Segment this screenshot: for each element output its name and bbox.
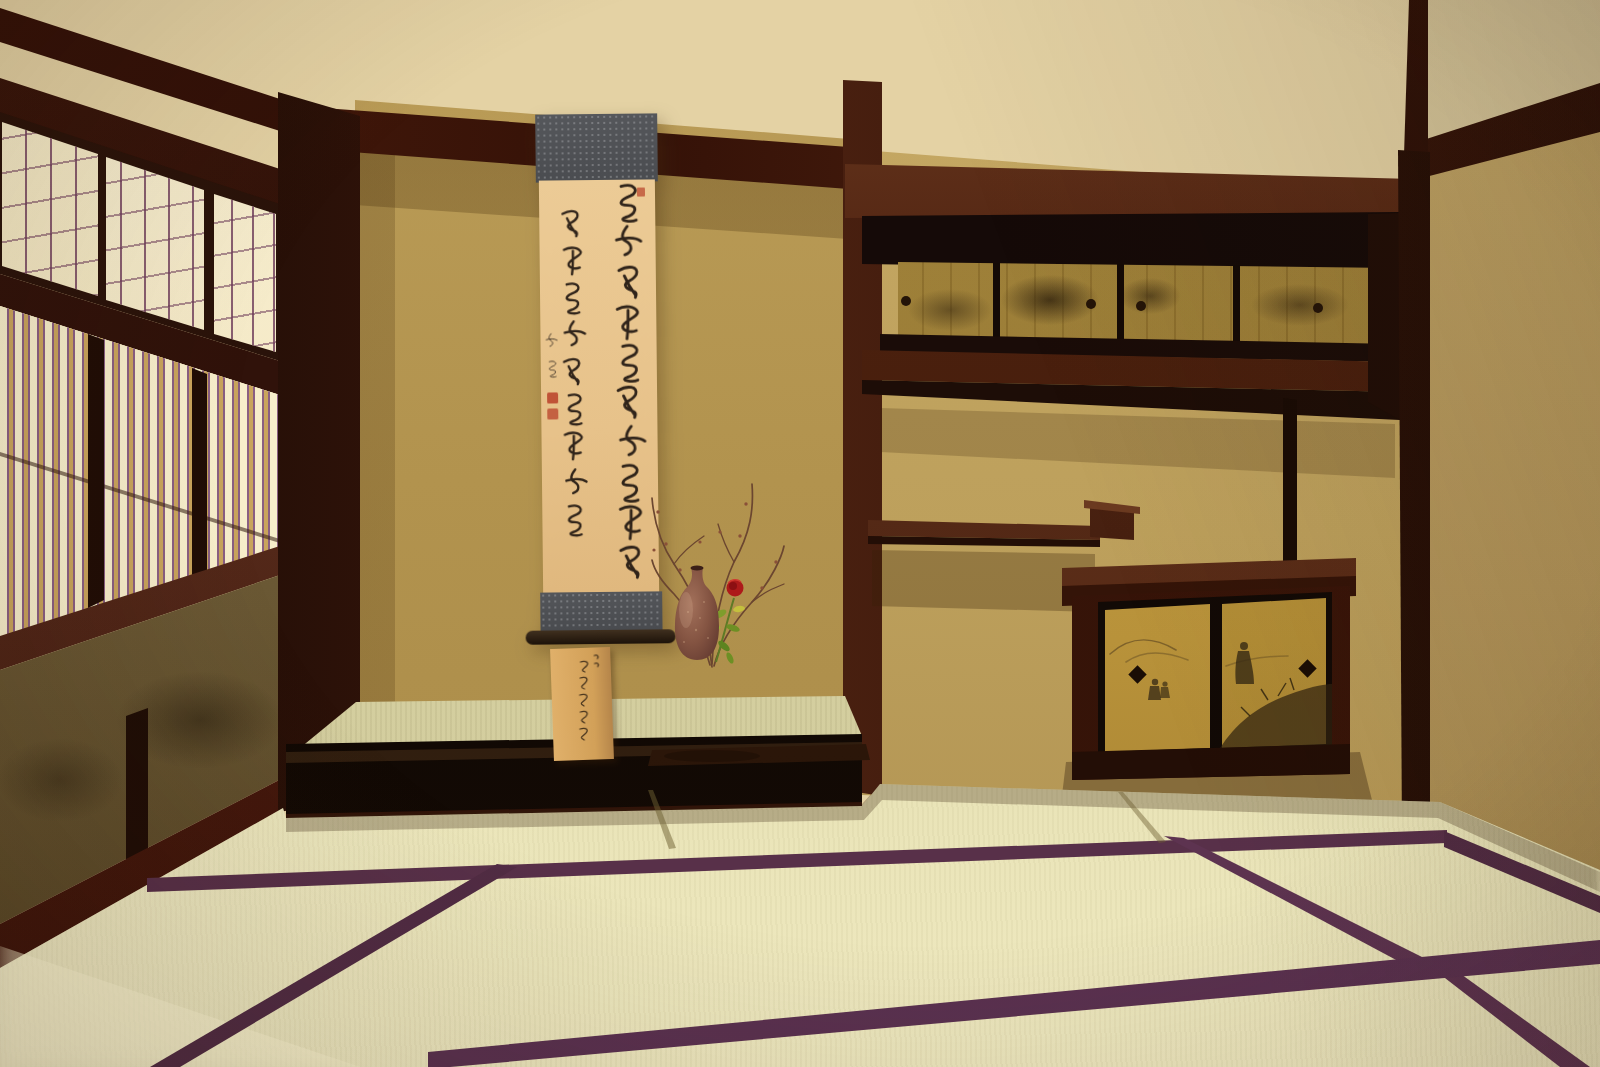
vignette [0,0,1600,1067]
washitsu-room-photo: 披荊采蘗貯此一掬土 託根陸未堅庭兒流芳伍 育峰 前田利嗣公筆 [0,0,1600,1067]
